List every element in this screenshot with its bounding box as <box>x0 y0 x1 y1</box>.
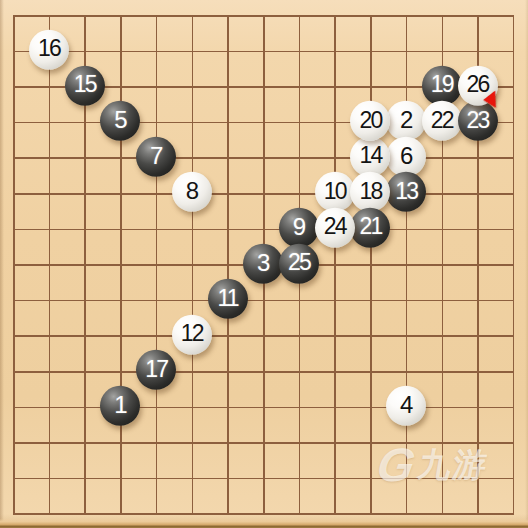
stone-number: 26 <box>467 73 489 96</box>
stone-14-white: 14 <box>350 137 390 177</box>
stone-number: 3 <box>257 250 269 274</box>
stone-number: 16 <box>38 37 60 60</box>
stone-number: 17 <box>145 358 167 381</box>
stone-number: 21 <box>359 215 381 238</box>
stone-18-white: 18 <box>350 172 390 212</box>
stone-25-black: 25 <box>279 243 319 283</box>
stone-10-white: 10 <box>315 172 355 212</box>
stone-number: 14 <box>359 144 381 167</box>
stone-number: 24 <box>324 215 346 238</box>
stone-13-black: 13 <box>386 172 426 212</box>
stone-16-white: 16 <box>29 30 69 70</box>
stone-number: 23 <box>467 108 489 131</box>
stone-number: 22 <box>431 108 453 131</box>
stone-1-black: 1 <box>100 386 140 426</box>
stone-2-white: 2 <box>386 101 426 141</box>
stone-6-white: 6 <box>386 137 426 177</box>
stone-4-white: 4 <box>386 386 426 426</box>
stone-12-white: 12 <box>172 315 212 355</box>
stone-7-black: 7 <box>136 137 176 177</box>
stone-number: 19 <box>431 73 453 96</box>
stone-number: 9 <box>293 215 305 239</box>
stone-number: 4 <box>400 393 412 417</box>
stone-number: 12 <box>181 322 203 345</box>
stone-11-black: 11 <box>208 279 248 319</box>
stone-5-black: 5 <box>100 101 140 141</box>
stone-3-black: 3 <box>243 243 283 283</box>
stone-22-white: 22 <box>422 101 462 141</box>
stone-24-white: 24 <box>315 208 355 248</box>
stone-15-black: 15 <box>65 65 105 105</box>
stone-number: 1 <box>114 393 126 417</box>
stone-9-black: 9 <box>279 208 319 248</box>
board-edge-bottom <box>0 514 528 528</box>
stone-number: 13 <box>395 180 417 203</box>
stone-21-black: 21 <box>350 208 390 248</box>
stone-number: 15 <box>74 73 96 96</box>
stone-number: 20 <box>359 108 381 131</box>
stone-number: 5 <box>114 108 126 132</box>
stone-17-black: 17 <box>136 350 176 390</box>
stone-number: 11 <box>217 286 237 309</box>
stone-number: 25 <box>288 251 310 274</box>
gomoku-board[interactable]: 1234567891011121314151617181920212223242… <box>0 0 528 528</box>
stone-26-white: 26 <box>458 65 498 105</box>
stone-number: 8 <box>186 179 198 203</box>
stone-20-white: 20 <box>350 101 390 141</box>
stone-number: 10 <box>324 180 346 203</box>
board-edge-left <box>0 0 4 528</box>
stone-number: 6 <box>400 144 412 168</box>
stone-number: 7 <box>150 144 162 168</box>
stone-number: 2 <box>400 108 412 132</box>
stone-8-white: 8 <box>172 172 212 212</box>
stone-19-black: 19 <box>422 65 462 105</box>
stone-number: 18 <box>359 180 381 203</box>
